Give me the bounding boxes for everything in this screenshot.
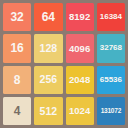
tile-131072: 131072 [97, 97, 125, 125]
tile-32768: 32768 [97, 34, 125, 62]
tile-1024: 1024 [66, 97, 94, 125]
tile-8: 8 [3, 66, 31, 94]
tile-16: 16 [3, 34, 31, 62]
tile-4: 4 [3, 97, 31, 125]
tile-512: 512 [34, 97, 62, 125]
tile-32: 32 [3, 3, 31, 31]
tile-16384: 16384 [97, 3, 125, 31]
tile-65536: 65536 [97, 66, 125, 94]
tile-64: 64 [34, 3, 62, 31]
tile-128: 128 [34, 34, 62, 62]
tile-4096: 4096 [66, 34, 94, 62]
tile-2048: 2048 [66, 66, 94, 94]
board-2048[interactable]: 3264819216384161284096327688256204865536… [0, 0, 128, 128]
tile-8192: 8192 [66, 3, 94, 31]
tile-256: 256 [34, 66, 62, 94]
